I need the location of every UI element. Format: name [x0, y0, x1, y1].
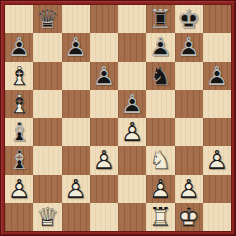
square-a7[interactable]: ♟♙: [5, 33, 33, 61]
pawn-outline-glyph: ♙: [90, 146, 118, 174]
piece-white-king[interactable]: ♚♔: [175, 203, 203, 231]
square-a3[interactable]: ♝♗: [5, 146, 33, 174]
square-b4[interactable]: [33, 118, 61, 146]
square-d5[interactable]: [90, 90, 118, 118]
square-f1[interactable]: ♜♖: [146, 203, 174, 231]
square-d7[interactable]: [90, 33, 118, 61]
square-a1[interactable]: [5, 203, 33, 231]
square-f8[interactable]: ♜♖: [146, 5, 174, 33]
pawn-outline-glyph: ♙: [62, 175, 90, 203]
piece-black-pawn[interactable]: ♟♙: [146, 33, 174, 61]
pawn-outline-glyph: ♙: [146, 33, 174, 61]
square-e5[interactable]: ♟♙: [118, 90, 146, 118]
pawn-outline-glyph: ♙: [5, 33, 33, 61]
pawn-outline-glyph: ♙: [203, 62, 231, 90]
square-a5[interactable]: ♝♗: [5, 90, 33, 118]
piece-white-pawn[interactable]: ♟♙: [118, 118, 146, 146]
pawn-outline-glyph: ♙: [175, 33, 203, 61]
piece-black-pawn[interactable]: ♟♙: [175, 33, 203, 61]
piece-white-queen[interactable]: ♛♕: [33, 203, 61, 231]
square-d1[interactable]: [90, 203, 118, 231]
square-f4[interactable]: [146, 118, 174, 146]
square-h7[interactable]: [203, 33, 231, 61]
square-d4[interactable]: [90, 118, 118, 146]
rook-outline-glyph: ♖: [146, 5, 174, 33]
queen-outline-glyph: ♕: [33, 203, 61, 231]
square-h6[interactable]: ♟♙: [203, 62, 231, 90]
piece-black-rook[interactable]: ♜♖: [146, 5, 174, 33]
piece-black-pawn[interactable]: ♟♙: [203, 62, 231, 90]
chess-board-frame: ♛♕♜♖♚♔♟♙♟♙♟♙♟♙♝♗♟♙♞♘♟♙♝♗♟♙♝♗♟♙♝♗♟♙♞♘♟♙♟♙…: [0, 0, 236, 236]
square-f6[interactable]: ♞♘: [146, 62, 174, 90]
square-b5[interactable]: [33, 90, 61, 118]
piece-black-queen[interactable]: ♛♕: [33, 5, 61, 33]
piece-white-pawn[interactable]: ♟♙: [90, 146, 118, 174]
knight-outline-glyph: ♘: [146, 146, 174, 174]
knight-outline-glyph: ♘: [146, 62, 174, 90]
piece-white-bishop[interactable]: ♝♗: [5, 90, 33, 118]
square-e4[interactable]: ♟♙: [118, 118, 146, 146]
piece-black-pawn[interactable]: ♟♙: [5, 33, 33, 61]
square-c1[interactable]: [62, 203, 90, 231]
square-e7[interactable]: [118, 33, 146, 61]
king-outline-glyph: ♔: [175, 203, 203, 231]
piece-white-pawn[interactable]: ♟♙: [175, 175, 203, 203]
square-h3[interactable]: ♟♙: [203, 146, 231, 174]
square-h5[interactable]: [203, 90, 231, 118]
square-b6[interactable]: [33, 62, 61, 90]
square-h8[interactable]: [203, 5, 231, 33]
piece-black-pawn[interactable]: ♟♙: [90, 62, 118, 90]
square-b7[interactable]: [33, 33, 61, 61]
square-f5[interactable]: [146, 90, 174, 118]
square-c6[interactable]: [62, 62, 90, 90]
square-e2[interactable]: [118, 175, 146, 203]
square-c4[interactable]: [62, 118, 90, 146]
pawn-outline-glyph: ♙: [118, 90, 146, 118]
square-f3[interactable]: ♞♘: [146, 146, 174, 174]
square-c7[interactable]: ♟♙: [62, 33, 90, 61]
square-g6[interactable]: [175, 62, 203, 90]
square-f2[interactable]: ♟♙: [146, 175, 174, 203]
piece-white-pawn[interactable]: ♟♙: [62, 175, 90, 203]
pawn-outline-glyph: ♙: [118, 118, 146, 146]
bishop-outline-glyph: ♗: [5, 62, 33, 90]
piece-black-pawn[interactable]: ♟♙: [118, 90, 146, 118]
square-c8[interactable]: [62, 5, 90, 33]
square-h4[interactable]: [203, 118, 231, 146]
pawn-outline-glyph: ♙: [62, 33, 90, 61]
chess-board: ♛♕♜♖♚♔♟♙♟♙♟♙♟♙♝♗♟♙♞♘♟♙♝♗♟♙♝♗♟♙♝♗♟♙♞♘♟♙♟♙…: [5, 5, 231, 231]
piece-black-knight[interactable]: ♞♘: [146, 62, 174, 90]
square-g2[interactable]: ♟♙: [175, 175, 203, 203]
bishop-outline-glyph: ♗: [5, 146, 33, 174]
square-e6[interactable]: [118, 62, 146, 90]
square-e3[interactable]: [118, 146, 146, 174]
square-a6[interactable]: ♝♗: [5, 62, 33, 90]
pawn-outline-glyph: ♙: [175, 175, 203, 203]
king-outline-glyph: ♔: [175, 5, 203, 33]
piece-white-pawn[interactable]: ♟♙: [203, 146, 231, 174]
square-g1[interactable]: ♚♔: [175, 203, 203, 231]
square-c3[interactable]: [62, 146, 90, 174]
square-b3[interactable]: [33, 146, 61, 174]
piece-white-pawn[interactable]: ♟♙: [5, 175, 33, 203]
pawn-outline-glyph: ♙: [5, 175, 33, 203]
square-e1[interactable]: [118, 203, 146, 231]
square-g5[interactable]: [175, 90, 203, 118]
square-d6[interactable]: ♟♙: [90, 62, 118, 90]
square-a4[interactable]: ♝♗: [5, 118, 33, 146]
square-b2[interactable]: [33, 175, 61, 203]
square-b1[interactable]: ♛♕: [33, 203, 61, 231]
piece-black-pawn[interactable]: ♟♙: [62, 33, 90, 61]
pawn-outline-glyph: ♙: [203, 146, 231, 174]
square-g3[interactable]: [175, 146, 203, 174]
piece-black-bishop[interactable]: ♝♗: [5, 146, 33, 174]
square-h2[interactable]: [203, 175, 231, 203]
rook-outline-glyph: ♖: [146, 203, 174, 231]
bishop-outline-glyph: ♗: [5, 118, 33, 146]
piece-white-pawn[interactable]: ♟♙: [146, 175, 174, 203]
square-a2[interactable]: ♟♙: [5, 175, 33, 203]
square-d8[interactable]: [90, 5, 118, 33]
square-c5[interactable]: [62, 90, 90, 118]
pawn-outline-glyph: ♙: [146, 175, 174, 203]
piece-white-knight[interactable]: ♞♘: [146, 146, 174, 174]
bishop-outline-glyph: ♗: [5, 90, 33, 118]
piece-white-bishop[interactable]: ♝♗: [5, 62, 33, 90]
square-g8[interactable]: ♚♔: [175, 5, 203, 33]
piece-black-bishop[interactable]: ♝♗: [5, 118, 33, 146]
square-h1[interactable]: [203, 203, 231, 231]
queen-outline-glyph: ♕: [33, 5, 61, 33]
square-f7[interactable]: ♟♙: [146, 33, 174, 61]
square-b8[interactable]: ♛♕: [33, 5, 61, 33]
piece-black-king[interactable]: ♚♔: [175, 5, 203, 33]
square-d2[interactable]: [90, 175, 118, 203]
square-c2[interactable]: ♟♙: [62, 175, 90, 203]
square-g4[interactable]: [175, 118, 203, 146]
piece-white-rook[interactable]: ♜♖: [146, 203, 174, 231]
square-e8[interactable]: [118, 5, 146, 33]
square-g7[interactable]: ♟♙: [175, 33, 203, 61]
pawn-outline-glyph: ♙: [90, 62, 118, 90]
square-d3[interactable]: ♟♙: [90, 146, 118, 174]
square-a8[interactable]: [5, 5, 33, 33]
